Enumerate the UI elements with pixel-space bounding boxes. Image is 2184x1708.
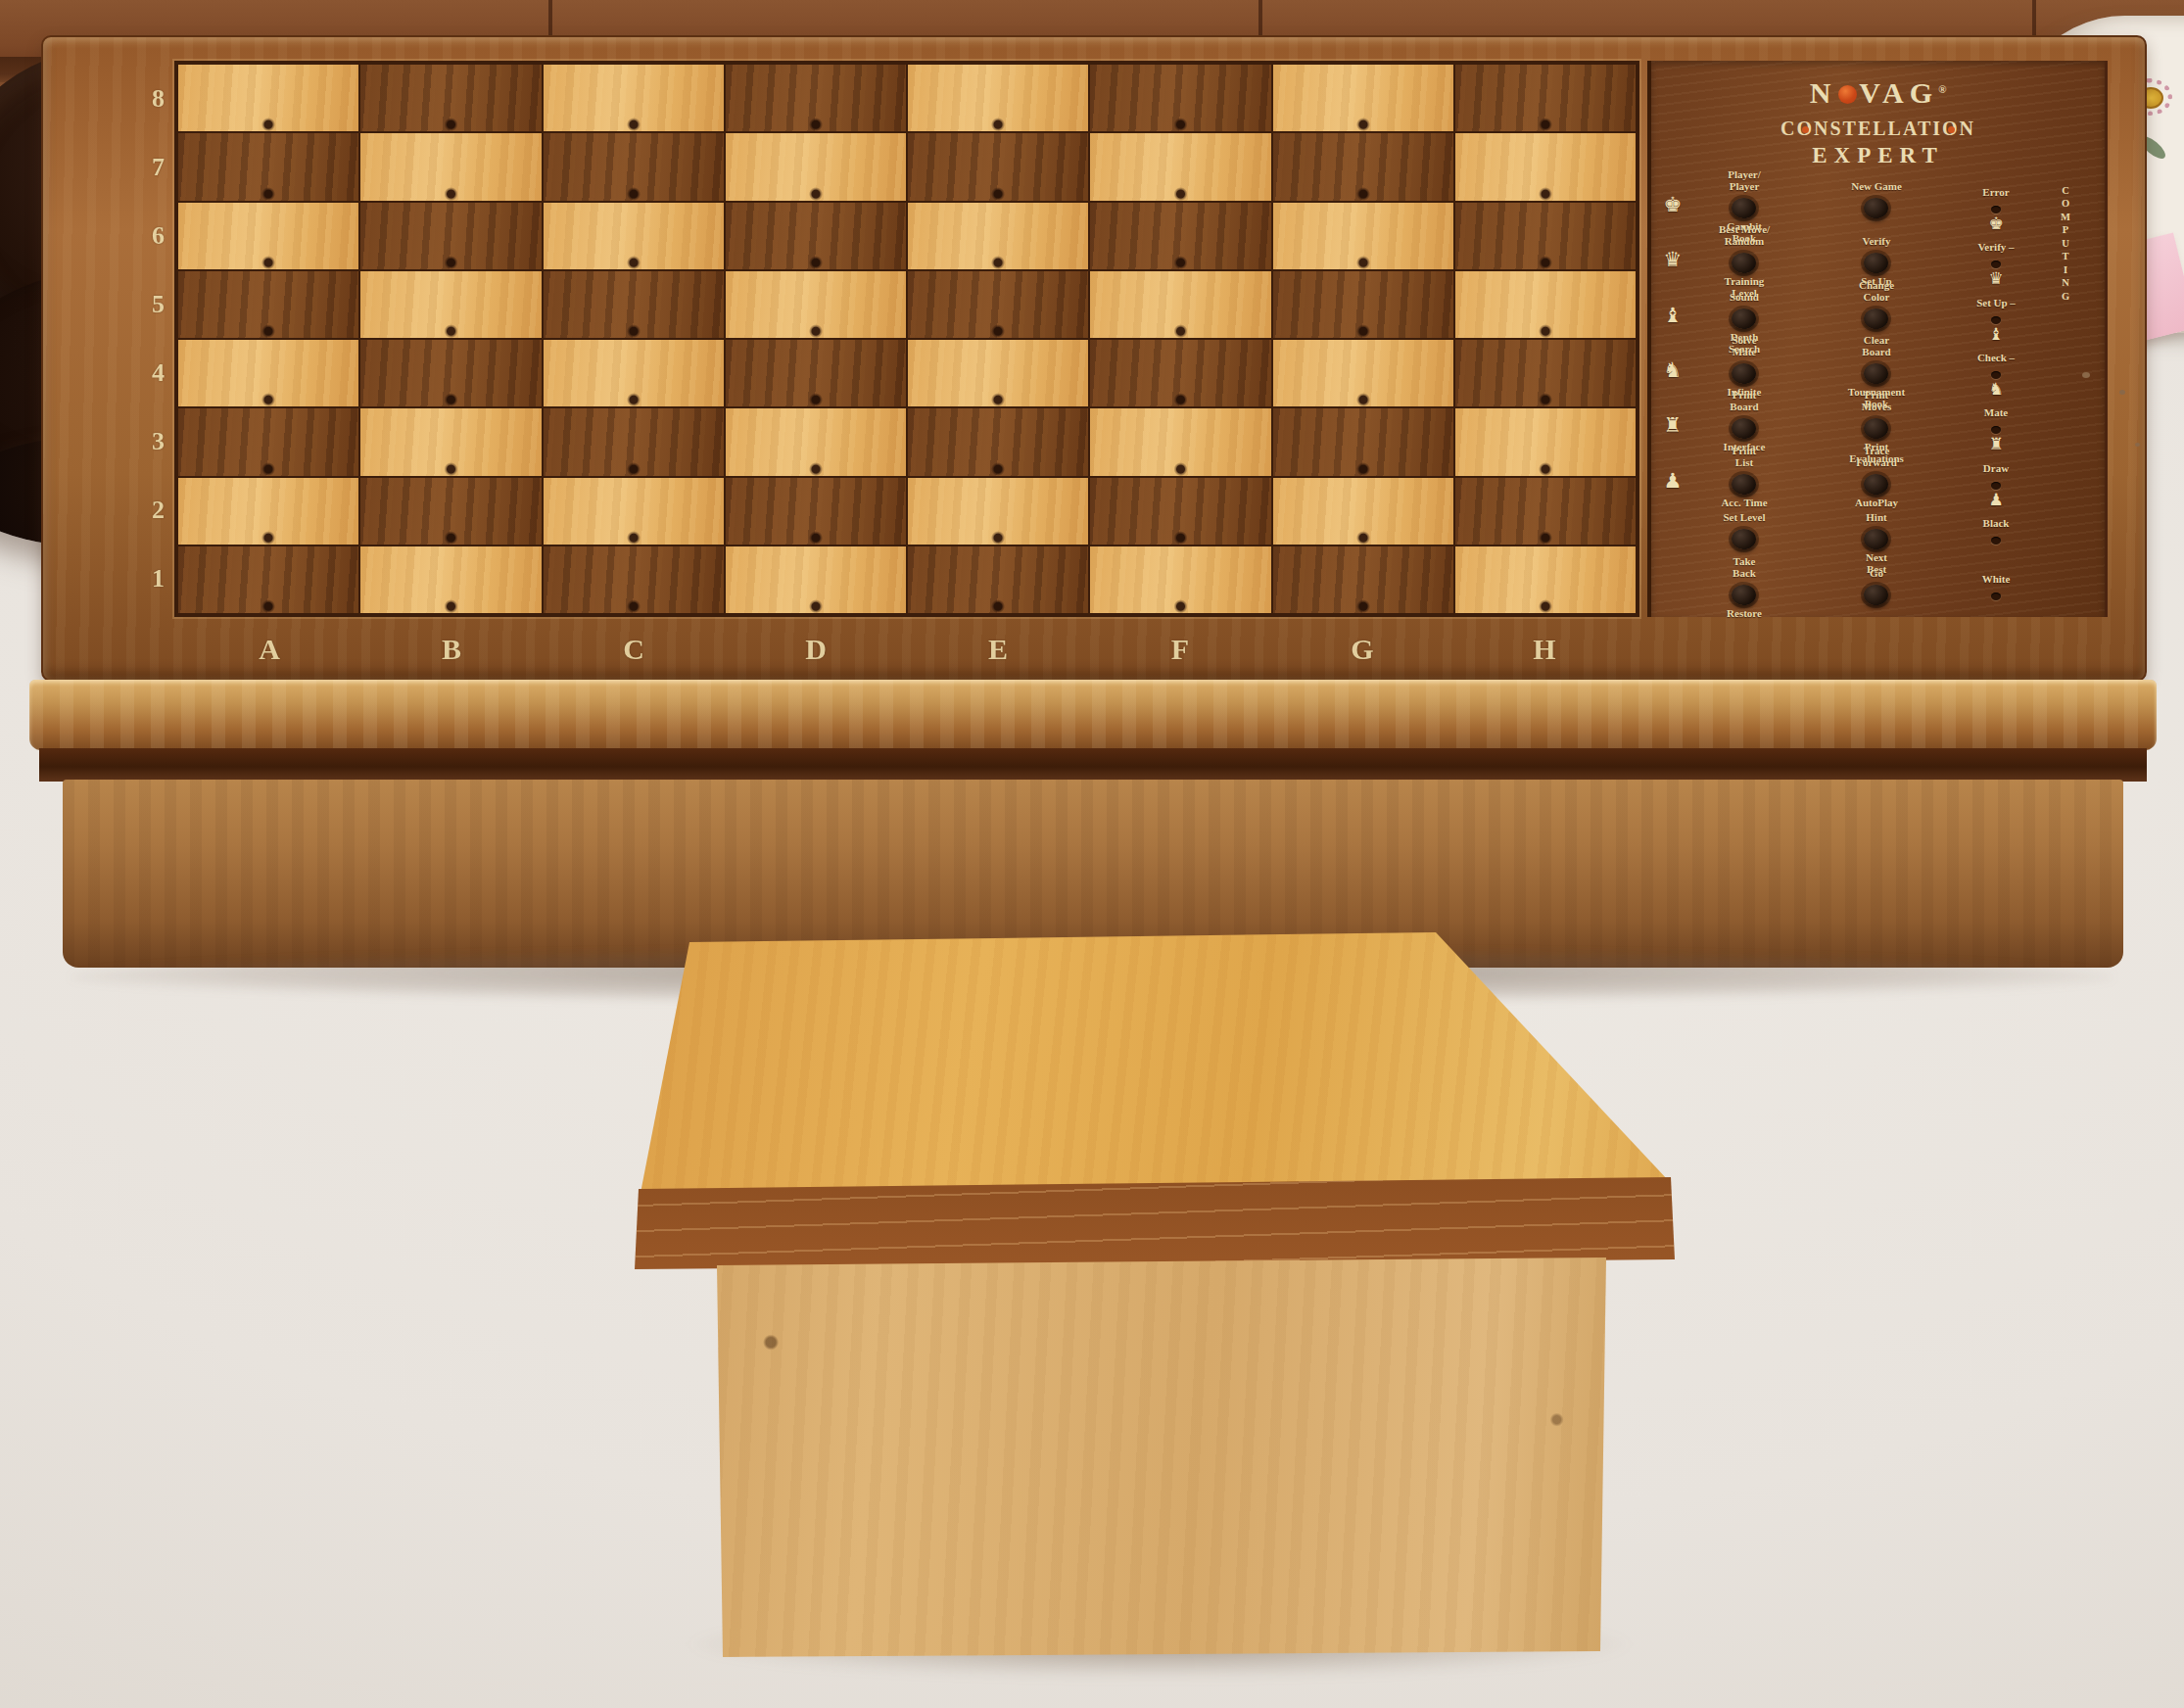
square-a5[interactable]: [178, 271, 358, 338]
status-label-verify: Verify –: [1930, 242, 2062, 254]
model-name-constellation: CONSTELLATION: [1651, 118, 2105, 140]
pawn-icon: ♟: [1985, 490, 2007, 510]
square-b8[interactable]: [360, 65, 541, 131]
square-f5[interactable]: [1090, 271, 1270, 338]
square-a6[interactable]: [178, 203, 358, 269]
brand-letter: N: [1814, 118, 1829, 139]
status-label-setup: Set Up –: [1930, 298, 2062, 309]
square-a3[interactable]: [178, 408, 358, 475]
square-f1[interactable]: [1090, 546, 1270, 613]
brand-letter: N: [1810, 76, 1837, 109]
square-e8[interactable]: [908, 65, 1088, 131]
brand-letter: L: [1888, 118, 1903, 139]
brand-letter: N: [1960, 118, 1975, 139]
square-f7[interactable]: [1090, 133, 1270, 200]
square-a2[interactable]: [178, 478, 358, 545]
square-g8[interactable]: [1273, 65, 1453, 131]
brand-letter: E: [1858, 118, 1873, 139]
button-label-above-middle-3: Change Color: [1813, 270, 1940, 304]
status-label-error: Error: [1930, 187, 2062, 199]
square-g6[interactable]: [1273, 203, 1453, 269]
square-d6[interactable]: [726, 203, 906, 269]
square-h1[interactable]: [1455, 546, 1636, 613]
button-label-above-middle-7: Hint: [1813, 491, 1940, 524]
square-d1[interactable]: [726, 546, 906, 613]
square-b6[interactable]: [360, 203, 541, 269]
square-f3[interactable]: [1090, 408, 1270, 475]
status-led: [1991, 426, 2001, 434]
rank-label-8: 8: [106, 84, 165, 114]
rank-label-2: 2: [106, 496, 165, 525]
square-h8[interactable]: [1455, 65, 1636, 131]
square-c7[interactable]: [544, 133, 724, 200]
control-panel: NOVAG® CONSTELLATION EXPERT ♚♛♝♞♜♟ Playe…: [1647, 61, 2108, 617]
square-a4[interactable]: [178, 340, 358, 406]
brand-letter: O: [1942, 118, 1960, 140]
button-label-above-middle-2: Verify: [1813, 214, 1940, 248]
rook-icon: ♜: [1655, 413, 1690, 438]
square-f8[interactable]: [1090, 65, 1270, 131]
panel-button-middle-8[interactable]: [1864, 585, 1888, 605]
file-label-c: C: [590, 633, 678, 666]
square-a1[interactable]: [178, 546, 358, 613]
square-a8[interactable]: [178, 65, 358, 131]
brand-letter: I: [1932, 118, 1942, 139]
square-d2[interactable]: [726, 478, 906, 545]
square-b2[interactable]: [360, 478, 541, 545]
button-label-above-left-6: Print List: [1681, 436, 1808, 469]
brand-letters: VAG: [1859, 76, 1938, 109]
square-e4[interactable]: [908, 340, 1088, 406]
status-led: [1991, 316, 2001, 324]
square-g7[interactable]: [1273, 133, 1453, 200]
brand-letter: A: [1903, 118, 1918, 139]
status-label-mate: Mate: [1930, 407, 2062, 419]
status-led: [1991, 482, 2001, 490]
rank-label-5: 5: [106, 290, 165, 319]
board-moulding: [29, 680, 2157, 750]
square-c5[interactable]: [544, 271, 724, 338]
file-label-b: B: [407, 633, 496, 666]
rank-label-6: 6: [106, 221, 165, 251]
chess-computer-board: 87654321 ABCDEFGH NOVAG® CONSTELLATION E…: [41, 35, 2147, 682]
king-icon: ♚: [1985, 213, 2007, 234]
button-label-above-middle-1: New Game: [1813, 160, 1940, 193]
button-label-below-left-8: Restore: [1681, 608, 1808, 620]
crumb: [2082, 372, 2090, 378]
button-label-above-middle-4: Clear Board: [1813, 325, 1940, 358]
board-moulding-cove: [39, 748, 2147, 782]
square-c4[interactable]: [544, 340, 724, 406]
button-label-above-middle-5: Print Moves: [1813, 380, 1940, 413]
brand-letter: C: [1780, 118, 1796, 139]
square-d7[interactable]: [726, 133, 906, 200]
square-d5[interactable]: [726, 271, 906, 338]
status-led: [1991, 371, 2001, 379]
wooden-box: [635, 925, 1683, 1698]
square-g5[interactable]: [1273, 271, 1453, 338]
square-g4[interactable]: [1273, 340, 1453, 406]
knight-icon: ♞: [1985, 379, 2007, 400]
rank-label-7: 7: [106, 153, 165, 182]
novag-logo: NOVAG®: [1651, 76, 2105, 110]
status-led: [1991, 593, 2001, 600]
rank-label-1: 1: [106, 564, 165, 593]
checkerboard: [174, 61, 1639, 617]
panel-button-left-8[interactable]: [1732, 585, 1756, 605]
file-label-f: F: [1136, 633, 1224, 666]
registered-mark: ®: [1938, 83, 1946, 95]
button-label-above-middle-8: Go: [1813, 546, 1940, 580]
square-g3[interactable]: [1273, 408, 1453, 475]
status-label-black: Black: [1930, 518, 2062, 530]
button-label-above-left-1: Player/ Player: [1681, 160, 1808, 193]
square-f6[interactable]: [1090, 203, 1270, 269]
square-e5[interactable]: [908, 271, 1088, 338]
bishop-icon: ♝: [1985, 324, 2007, 345]
file-label-h: H: [1500, 633, 1589, 666]
square-h5[interactable]: [1455, 271, 1636, 338]
square-h3[interactable]: [1455, 408, 1636, 475]
square-e1[interactable]: [908, 546, 1088, 613]
square-d4[interactable]: [726, 340, 906, 406]
queen-icon: ♛: [1985, 268, 2007, 289]
rank-label-3: 3: [106, 427, 165, 456]
square-b1[interactable]: [360, 546, 541, 613]
brand-letter: T: [1918, 118, 1932, 139]
novag-logo-o-ball-icon: O: [1838, 85, 1857, 104]
brand-letter: O: [1796, 118, 1814, 140]
file-label-d: D: [772, 633, 860, 666]
button-label-above-left-3: Sound: [1681, 270, 1808, 304]
file-label-g: G: [1318, 633, 1406, 666]
brand-letter: T: [1843, 118, 1858, 139]
square-c6[interactable]: [544, 203, 724, 269]
file-label-e: E: [954, 633, 1042, 666]
status-led: [1991, 261, 2001, 268]
square-g1[interactable]: [1273, 546, 1453, 613]
square-c3[interactable]: [544, 408, 724, 475]
square-b7[interactable]: [360, 133, 541, 200]
square-e6[interactable]: [908, 203, 1088, 269]
square-d8[interactable]: [726, 65, 906, 131]
square-h2[interactable]: [1455, 478, 1636, 545]
button-label-above-left-5: Print Board: [1681, 380, 1808, 413]
brand-letter: S: [1829, 118, 1842, 139]
square-f2[interactable]: [1090, 478, 1270, 545]
status-led: [1991, 537, 2001, 545]
square-a7[interactable]: [178, 133, 358, 200]
square-c8[interactable]: [544, 65, 724, 131]
button-label-above-left-4: Solve Mate: [1681, 325, 1808, 358]
square-b3[interactable]: [360, 408, 541, 475]
square-e7[interactable]: [908, 133, 1088, 200]
square-b5[interactable]: [360, 271, 541, 338]
crumb: [2135, 443, 2140, 447]
button-label-above-middle-6: Trace Forward: [1813, 436, 1940, 469]
status-led: [1991, 206, 2001, 213]
computing-vertical-label: C O M P U T I N G: [2057, 184, 2074, 303]
square-h4[interactable]: [1455, 340, 1636, 406]
status-label-white: White: [1930, 574, 2062, 586]
button-label-above-left-2: Best Move/ Random: [1681, 214, 1808, 248]
file-label-a: A: [225, 633, 313, 666]
brand-letter: L: [1873, 118, 1887, 139]
square-b4[interactable]: [360, 340, 541, 406]
square-d3[interactable]: [726, 408, 906, 475]
square-g2[interactable]: [1273, 478, 1453, 545]
rook-icon: ♜: [1985, 434, 2007, 454]
button-label-above-left-7: Set Level: [1681, 491, 1808, 524]
square-h7[interactable]: [1455, 133, 1636, 200]
square-h6[interactable]: [1455, 203, 1636, 269]
status-label-check: Check –: [1930, 353, 2062, 364]
crumb: [2119, 390, 2125, 395]
square-e2[interactable]: [908, 478, 1088, 545]
square-c2[interactable]: [544, 478, 724, 545]
scene: 87654321 ABCDEFGH NOVAG® CONSTELLATION E…: [0, 0, 2184, 1708]
queen-icon: ♛: [1655, 248, 1690, 272]
button-label-above-left-8: Take Back: [1681, 546, 1808, 580]
square-f4[interactable]: [1090, 340, 1270, 406]
square-c1[interactable]: [544, 546, 724, 613]
square-e3[interactable]: [908, 408, 1088, 475]
status-label-draw: Draw: [1930, 463, 2062, 475]
rank-label-4: 4: [106, 358, 165, 388]
